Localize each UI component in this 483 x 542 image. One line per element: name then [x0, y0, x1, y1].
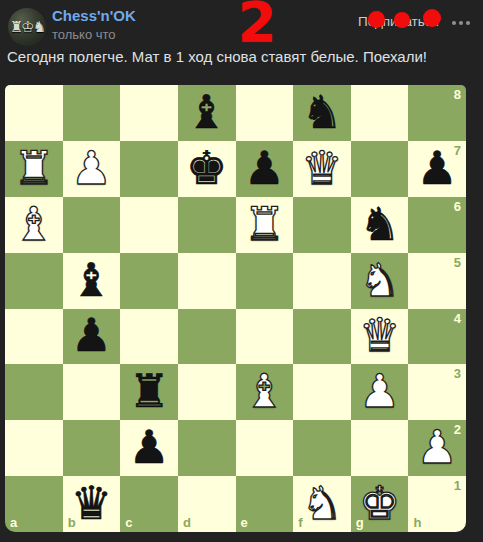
square-g7	[351, 141, 409, 197]
piece-black-pawn-c2: ♟	[128, 424, 169, 470]
rank-label-3: 3	[454, 367, 461, 380]
square-h6: 6	[408, 197, 466, 253]
piece-black-knight-g6: ♞	[359, 201, 400, 247]
piece-white-bishop-a6: ♝	[13, 201, 54, 247]
square-d6	[178, 197, 236, 253]
square-g3: ♟	[351, 364, 409, 420]
square-d1: d	[178, 476, 236, 532]
square-g1: ♚g	[351, 476, 409, 532]
square-f6	[293, 197, 351, 253]
square-b3	[63, 364, 121, 420]
rank-label-1: 1	[454, 479, 461, 492]
square-d7: ♚	[178, 141, 236, 197]
red-dot-overlay-2	[394, 12, 410, 28]
square-e7: ♟	[236, 141, 294, 197]
square-a5	[5, 253, 63, 309]
rank-label-6: 6	[454, 200, 461, 213]
square-c4	[120, 309, 178, 365]
square-c7	[120, 141, 178, 197]
file-label-e: e	[241, 516, 248, 529]
square-c3: ♜	[120, 364, 178, 420]
more-options-icon[interactable]	[450, 19, 472, 27]
square-c6	[120, 197, 178, 253]
square-g4: ♛	[351, 309, 409, 365]
avatar-chess-pieces-image: ♜♔♞	[10, 18, 44, 36]
square-a1: a	[5, 476, 63, 532]
piece-white-bishop-e3: ♝	[244, 368, 285, 414]
square-h4: 4	[408, 309, 466, 365]
square-e6: ♜	[236, 197, 294, 253]
piece-white-king-g1: ♚	[359, 480, 400, 526]
square-a2	[5, 420, 63, 476]
piece-white-queen-f7: ♛	[301, 145, 342, 191]
square-g8	[351, 85, 409, 141]
piece-white-knight-g5: ♞	[359, 257, 400, 303]
rank-label-5: 5	[454, 256, 461, 269]
square-b8	[63, 85, 121, 141]
square-b4: ♟	[63, 309, 121, 365]
square-b5: ♝	[63, 253, 121, 309]
post-header: ♜♔♞ Chess'n'OK только что 2 Подписаться	[0, 0, 483, 46]
square-f5	[293, 253, 351, 309]
piece-black-king-d7: ♚	[186, 145, 227, 191]
square-c8	[120, 85, 178, 141]
square-e8	[236, 85, 294, 141]
post-text: Сегодня полегче. Мат в 1 ход снова ставя…	[7, 48, 477, 65]
square-b1: ♛b	[63, 476, 121, 532]
piece-white-pawn-b7: ♟	[71, 145, 112, 191]
square-f2	[293, 420, 351, 476]
square-h3: 3	[408, 364, 466, 420]
square-e1: e	[236, 476, 294, 532]
chess-board[interactable]: ♝♞8♜♟♚♟♛♟7♝♜♞6♝♞5♟♛4♜♝♟3♟♟2a♛bcde♞f♚g1h	[5, 85, 466, 532]
author-name[interactable]: Chess'n'OK	[52, 7, 136, 24]
square-f4	[293, 309, 351, 365]
red-dot-overlay-1	[368, 11, 385, 28]
square-c2: ♟	[120, 420, 178, 476]
rank-label-7: 7	[454, 144, 461, 157]
avatar[interactable]: ♜♔♞	[8, 8, 46, 46]
file-label-b: b	[68, 516, 76, 529]
square-e4	[236, 309, 294, 365]
post-card: ♜♔♞ Chess'n'OK только что 2 Подписаться …	[0, 0, 483, 542]
rank-label-2: 2	[454, 423, 461, 436]
square-c1: c	[120, 476, 178, 532]
square-c5	[120, 253, 178, 309]
square-e5	[236, 253, 294, 309]
piece-white-knight-f1: ♞	[301, 480, 342, 526]
square-b7: ♟	[63, 141, 121, 197]
square-d2	[178, 420, 236, 476]
square-h1: 1h	[408, 476, 466, 532]
piece-black-bishop-b5: ♝	[71, 257, 112, 303]
square-a3	[5, 364, 63, 420]
square-d8: ♝	[178, 85, 236, 141]
piece-black-queen-b1: ♛	[71, 480, 112, 526]
piece-white-pawn-g3: ♟	[359, 368, 400, 414]
square-a8	[5, 85, 63, 141]
square-g5: ♞	[351, 253, 409, 309]
square-e3: ♝	[236, 364, 294, 420]
file-label-c: c	[125, 516, 132, 529]
annotation-number: 2	[238, 0, 277, 54]
piece-white-rook-a7: ♜	[13, 145, 54, 191]
piece-black-rook-c3: ♜	[128, 368, 169, 414]
piece-black-pawn-h7: ♟	[417, 145, 458, 191]
rank-label-4: 4	[454, 312, 461, 325]
file-label-a: a	[10, 516, 17, 529]
square-b6	[63, 197, 121, 253]
file-label-d: d	[183, 516, 191, 529]
piece-white-pawn-h2: ♟	[417, 424, 458, 470]
square-a7: ♜	[5, 141, 63, 197]
post-timestamp[interactable]: только что	[52, 27, 116, 42]
square-f1: ♞f	[293, 476, 351, 532]
square-d4	[178, 309, 236, 365]
square-f3	[293, 364, 351, 420]
square-g2	[351, 420, 409, 476]
square-d3	[178, 364, 236, 420]
rank-label-8: 8	[454, 88, 461, 101]
square-e2	[236, 420, 294, 476]
piece-black-pawn-b4: ♟	[71, 312, 112, 358]
square-h7: ♟7	[408, 141, 466, 197]
piece-black-pawn-e7: ♟	[244, 145, 285, 191]
square-h5: 5	[408, 253, 466, 309]
piece-black-bishop-d8: ♝	[186, 89, 227, 135]
square-f7: ♛	[293, 141, 351, 197]
square-f8: ♞	[293, 85, 351, 141]
square-h8: 8	[408, 85, 466, 141]
piece-white-rook-e6: ♜	[244, 201, 285, 247]
square-g6: ♞	[351, 197, 409, 253]
square-a4	[5, 309, 63, 365]
file-label-g: g	[356, 516, 364, 529]
file-label-h: h	[413, 516, 421, 529]
red-dot-overlay-3	[423, 9, 441, 27]
file-label-f: f	[298, 516, 302, 529]
square-d5	[178, 253, 236, 309]
piece-black-knight-f8: ♞	[301, 89, 342, 135]
square-a6: ♝	[5, 197, 63, 253]
square-b2	[63, 420, 121, 476]
piece-white-queen-g4: ♛	[359, 312, 400, 358]
vk-post-dark: { "post": { "author": "Chess'n'OK", "tim…	[0, 0, 483, 542]
square-h2: ♟2	[408, 420, 466, 476]
